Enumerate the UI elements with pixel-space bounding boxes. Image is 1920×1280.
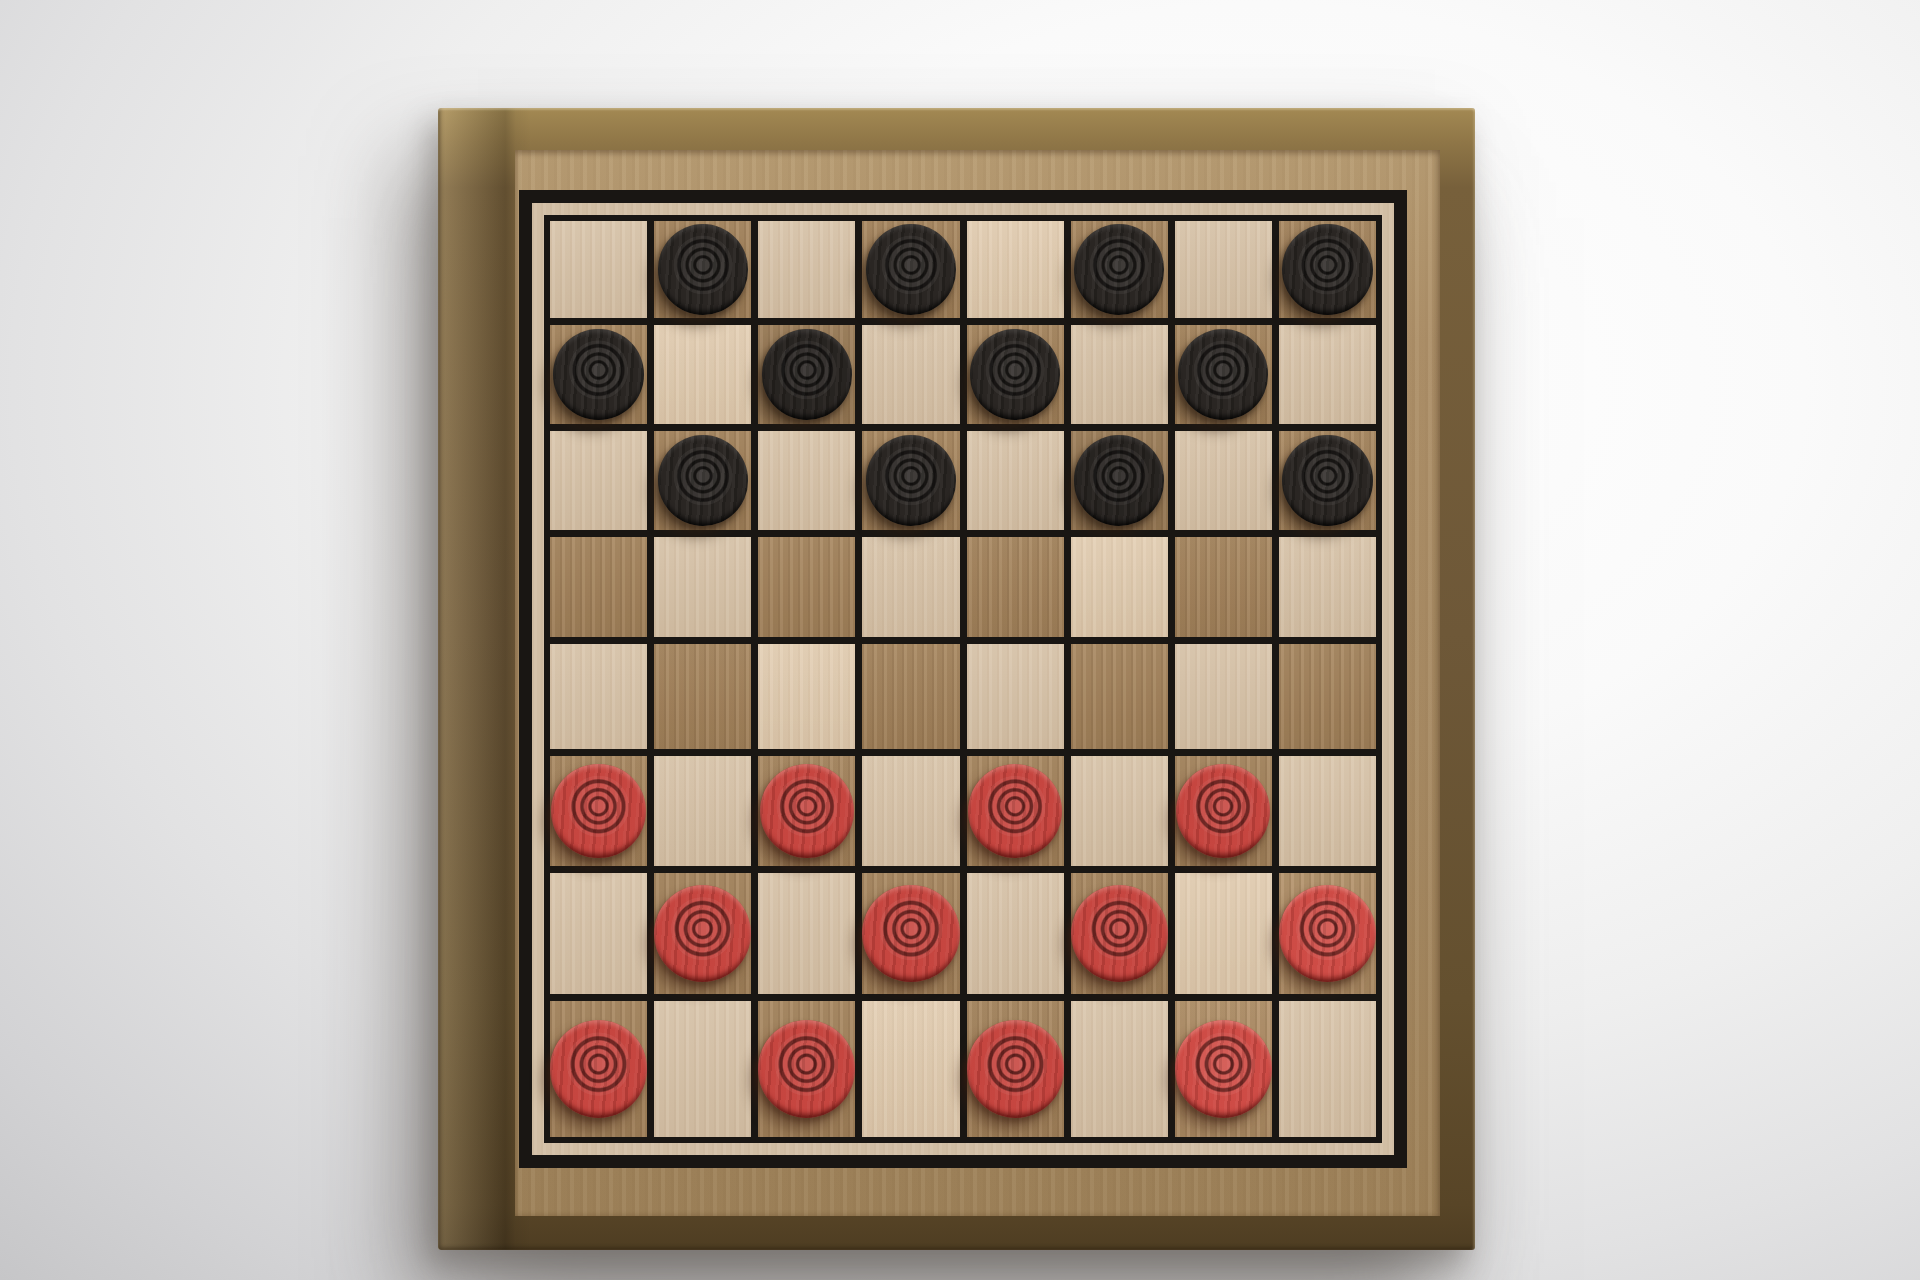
square-r2c8[interactable] xyxy=(1279,325,1376,424)
square-r3c3[interactable] xyxy=(758,431,855,530)
square-r1c2[interactable] xyxy=(654,221,751,318)
checker-black[interactable] xyxy=(970,329,1060,419)
square-r8c4[interactable] xyxy=(862,1001,959,1137)
square-r1c3[interactable] xyxy=(758,221,855,318)
square-r8c1[interactable] xyxy=(550,1001,647,1137)
square-r5c4[interactable] xyxy=(862,644,959,749)
square-r1c7[interactable] xyxy=(1175,221,1272,318)
square-r7c6[interactable] xyxy=(1071,873,1168,994)
checker-red[interactable] xyxy=(550,1020,647,1117)
square-r3c4[interactable] xyxy=(862,431,959,530)
square-r5c2[interactable] xyxy=(654,644,751,749)
square-r6c7[interactable] xyxy=(1175,756,1272,866)
square-r1c5[interactable] xyxy=(967,221,1064,318)
square-r2c7[interactable] xyxy=(1175,325,1272,424)
studio-backdrop xyxy=(0,0,1920,1280)
checker-red[interactable] xyxy=(760,764,854,858)
square-r7c7[interactable] xyxy=(1175,873,1272,994)
square-r4c8[interactable] xyxy=(1279,537,1376,637)
square-r6c6[interactable] xyxy=(1071,756,1168,866)
square-r1c8[interactable] xyxy=(1279,221,1376,318)
checker-red[interactable] xyxy=(1176,764,1270,858)
checker-red[interactable] xyxy=(1071,885,1168,982)
square-r4c7[interactable] xyxy=(1175,537,1272,637)
square-r2c4[interactable] xyxy=(862,325,959,424)
checker-black[interactable] xyxy=(553,329,643,419)
checker-red[interactable] xyxy=(968,764,1062,858)
square-r4c3[interactable] xyxy=(758,537,855,637)
square-r8c2[interactable] xyxy=(654,1001,751,1137)
square-r7c3[interactable] xyxy=(758,873,855,994)
checkers-grid xyxy=(550,221,1376,1137)
square-r2c1[interactable] xyxy=(550,325,647,424)
square-r6c4[interactable] xyxy=(862,756,959,866)
checker-black[interactable] xyxy=(762,329,852,419)
square-r8c8[interactable] xyxy=(1279,1001,1376,1137)
checker-black[interactable] xyxy=(658,224,748,314)
square-r2c6[interactable] xyxy=(1071,325,1168,424)
square-r7c8[interactable] xyxy=(1279,873,1376,994)
square-r5c1[interactable] xyxy=(550,644,647,749)
square-r3c7[interactable] xyxy=(1175,431,1272,530)
square-r1c1[interactable] xyxy=(550,221,647,318)
square-r5c7[interactable] xyxy=(1175,644,1272,749)
square-r3c8[interactable] xyxy=(1279,431,1376,530)
square-r3c5[interactable] xyxy=(967,431,1064,530)
square-r8c5[interactable] xyxy=(967,1001,1064,1137)
inner-border-line xyxy=(544,215,1382,1143)
square-r5c3[interactable] xyxy=(758,644,855,749)
checker-red[interactable] xyxy=(758,1020,855,1117)
checker-red[interactable] xyxy=(1175,1020,1272,1117)
checker-red[interactable] xyxy=(967,1020,1064,1117)
square-r4c5[interactable] xyxy=(967,537,1064,637)
checker-red[interactable] xyxy=(1279,885,1376,982)
square-r6c5[interactable] xyxy=(967,756,1064,866)
square-r6c2[interactable] xyxy=(654,756,751,866)
square-r8c3[interactable] xyxy=(758,1001,855,1137)
square-r7c5[interactable] xyxy=(967,873,1064,994)
square-r1c4[interactable] xyxy=(862,221,959,318)
checker-red[interactable] xyxy=(862,885,959,982)
square-r7c1[interactable] xyxy=(550,873,647,994)
board-frame xyxy=(438,108,1475,1250)
square-r5c8[interactable] xyxy=(1279,644,1376,749)
square-r3c2[interactable] xyxy=(654,431,751,530)
square-r5c5[interactable] xyxy=(967,644,1064,749)
square-r7c2[interactable] xyxy=(654,873,751,994)
checker-black[interactable] xyxy=(866,435,956,525)
checker-black[interactable] xyxy=(658,435,748,525)
checker-black[interactable] xyxy=(1282,435,1372,525)
square-r5c6[interactable] xyxy=(1071,644,1168,749)
square-r4c2[interactable] xyxy=(654,537,751,637)
board-wood-margin xyxy=(515,150,1440,1216)
square-r3c1[interactable] xyxy=(550,431,647,530)
checker-black[interactable] xyxy=(866,224,956,314)
square-r6c3[interactable] xyxy=(758,756,855,866)
checker-black[interactable] xyxy=(1282,224,1372,314)
square-r2c3[interactable] xyxy=(758,325,855,424)
checker-red[interactable] xyxy=(654,885,751,982)
checker-black[interactable] xyxy=(1074,224,1164,314)
checker-black[interactable] xyxy=(1074,435,1164,525)
square-r4c4[interactable] xyxy=(862,537,959,637)
square-r7c4[interactable] xyxy=(862,873,959,994)
checker-black[interactable] xyxy=(1178,329,1268,419)
square-r6c1[interactable] xyxy=(550,756,647,866)
square-r2c2[interactable] xyxy=(654,325,751,424)
square-r4c6[interactable] xyxy=(1071,537,1168,637)
square-r8c6[interactable] xyxy=(1071,1001,1168,1137)
square-r4c1[interactable] xyxy=(550,537,647,637)
square-r8c7[interactable] xyxy=(1175,1001,1272,1137)
square-r1c6[interactable] xyxy=(1071,221,1168,318)
square-r3c6[interactable] xyxy=(1071,431,1168,530)
square-r6c8[interactable] xyxy=(1279,756,1376,866)
checker-red[interactable] xyxy=(551,764,645,858)
outer-border-line xyxy=(519,190,1407,1168)
square-r2c5[interactable] xyxy=(967,325,1064,424)
